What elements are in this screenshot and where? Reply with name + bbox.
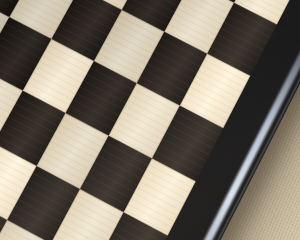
chess-board	[0, 0, 300, 240]
board-grid	[0, 0, 300, 240]
board-photo	[0, 0, 300, 240]
